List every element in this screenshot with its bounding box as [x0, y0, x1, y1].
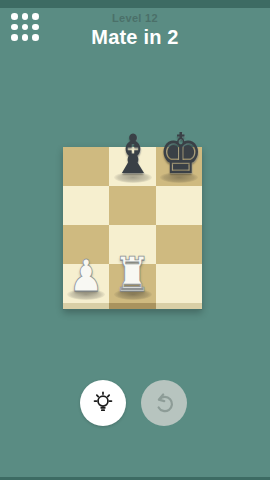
undo-button[interactable] — [141, 380, 187, 426]
hint-button[interactable] — [80, 380, 126, 426]
level-label: Level 12 — [0, 12, 270, 24]
piece-white-pawn[interactable]: ♟ — [66, 254, 107, 298]
board-square-c1[interactable] — [156, 264, 202, 303]
header: Level 12 Mate in 2 — [0, 8, 270, 49]
board-edge — [63, 303, 202, 310]
board-square-c3[interactable] — [156, 186, 202, 225]
undo-arrow-icon — [150, 389, 178, 417]
board-edge-segment — [109, 303, 155, 309]
piece-black-king[interactable]: ♚ — [158, 126, 199, 182]
board-square-a3[interactable] — [63, 186, 109, 225]
lightbulb-icon — [90, 390, 116, 416]
puzzle-objective-title: Mate in 2 — [0, 26, 270, 49]
board-square-a4[interactable] — [63, 147, 109, 186]
status-bar — [0, 0, 270, 8]
board-edge-segment — [156, 303, 202, 309]
board-square-b3[interactable] — [109, 186, 155, 225]
piece-white-rook[interactable]: ♜ — [112, 250, 153, 298]
board-square-c2[interactable] — [156, 225, 202, 264]
chess-board: ♝♚♟♜ — [63, 147, 202, 310]
piece-black-bishop[interactable]: ♝ — [112, 128, 153, 182]
board-edge-segment — [63, 303, 109, 309]
